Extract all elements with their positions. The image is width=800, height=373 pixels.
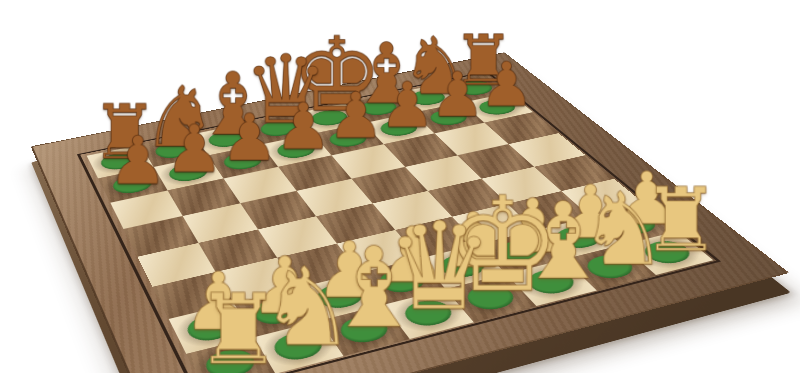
board-frame: ♜♞♝♛♚♝♞♜♟♟♟♟♟♟♟♟♟♟♟♟♟♟♟♟♜♞♝♛♚♝♞♜	[31, 52, 790, 373]
chess-board: ♜♞♝♛♚♝♞♜♟♟♟♟♟♟♟♟♟♟♟♟♟♟♟♟♜♞♝♛♚♝♞♜	[31, 52, 790, 373]
square-a1[interactable]: ♜	[186, 337, 275, 373]
chess-set-photo: ♜♞♝♛♚♝♞♜♟♟♟♟♟♟♟♟♟♟♟♟♟♟♟♟♜♞♝♛♚♝♞♜	[0, 0, 800, 373]
piece-white-rook[interactable]: ♜	[153, 281, 323, 373]
square-a7[interactable]: ♟	[98, 166, 168, 202]
piece-black-pawn[interactable]: ♟	[70, 128, 206, 194]
